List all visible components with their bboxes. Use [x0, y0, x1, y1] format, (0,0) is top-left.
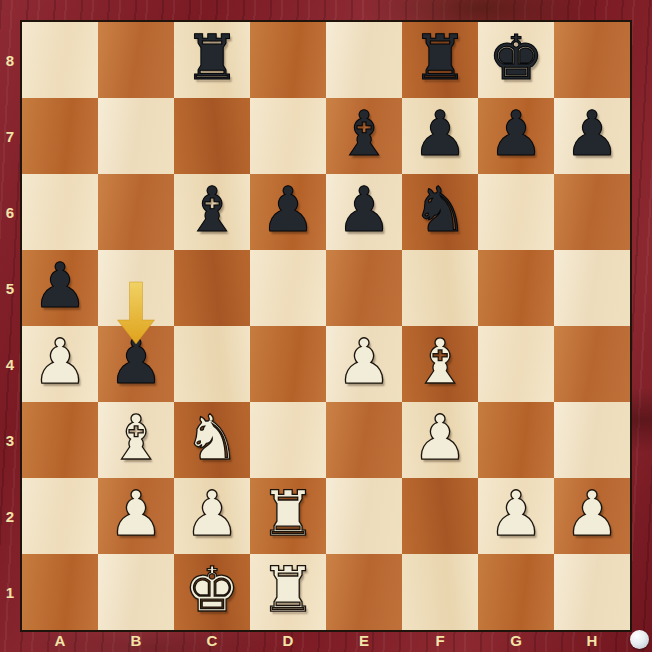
file-label-c: C [174, 630, 250, 651]
square-c4[interactable] [174, 326, 250, 402]
rank-label-8: 8 [0, 22, 20, 98]
square-d4[interactable] [250, 326, 326, 402]
square-c3[interactable]: ♞ [174, 402, 250, 478]
square-h1[interactable] [554, 554, 630, 630]
piece-white-rook-d2[interactable]: ♜ [260, 483, 316, 545]
file-label-f: F [402, 630, 478, 651]
square-g2[interactable]: ♟ [478, 478, 554, 554]
square-a3[interactable] [22, 402, 98, 478]
square-d7[interactable] [250, 98, 326, 174]
rank-label-2: 2 [0, 478, 20, 554]
piece-white-pawn-b2[interactable]: ♟ [108, 483, 164, 545]
square-f1[interactable] [402, 554, 478, 630]
file-label-d: D [250, 630, 326, 651]
square-e1[interactable] [326, 554, 402, 630]
rank-label-1: 1 [0, 554, 20, 630]
piece-black-pawn-f7[interactable]: ♟ [412, 103, 468, 165]
piece-black-king-g8[interactable]: ♚ [488, 27, 544, 89]
file-labels: ABCDEFGH [22, 630, 630, 651]
square-e8[interactable] [326, 22, 402, 98]
square-f4[interactable]: ♝ [402, 326, 478, 402]
rank-label-3: 3 [0, 402, 20, 478]
square-c5[interactable] [174, 250, 250, 326]
square-g3[interactable] [478, 402, 554, 478]
square-h3[interactable] [554, 402, 630, 478]
square-d1[interactable]: ♜ [250, 554, 326, 630]
corner-button[interactable] [630, 630, 649, 649]
rank-label-5: 5 [0, 250, 20, 326]
file-label-g: G [478, 630, 554, 651]
piece-white-pawn-a4[interactable]: ♟ [32, 331, 88, 393]
rank-label-7: 7 [0, 98, 20, 174]
piece-black-knight-f6[interactable]: ♞ [412, 179, 468, 241]
file-label-e: E [326, 630, 402, 651]
square-c1[interactable]: ♚ [174, 554, 250, 630]
square-a7[interactable] [22, 98, 98, 174]
square-e6[interactable]: ♟ [326, 174, 402, 250]
square-g8[interactable]: ♚ [478, 22, 554, 98]
square-c8[interactable]: ♜ [174, 22, 250, 98]
piece-white-knight-c3[interactable]: ♞ [184, 407, 240, 469]
square-c6[interactable]: ♝ [174, 174, 250, 250]
square-d3[interactable] [250, 402, 326, 478]
square-b8[interactable] [98, 22, 174, 98]
rank-label-4: 4 [0, 326, 20, 402]
square-h7[interactable]: ♟ [554, 98, 630, 174]
square-g7[interactable]: ♟ [478, 98, 554, 174]
square-e5[interactable] [326, 250, 402, 326]
square-h2[interactable]: ♟ [554, 478, 630, 554]
piece-white-rook-d1[interactable]: ♜ [260, 559, 316, 621]
square-g1[interactable] [478, 554, 554, 630]
square-b3[interactable]: ♝ [98, 402, 174, 478]
piece-black-pawn-h7[interactable]: ♟ [564, 103, 620, 165]
piece-white-pawn-g2[interactable]: ♟ [488, 483, 544, 545]
square-d2[interactable]: ♜ [250, 478, 326, 554]
square-d6[interactable]: ♟ [250, 174, 326, 250]
piece-white-bishop-b3[interactable]: ♝ [108, 407, 164, 469]
square-e3[interactable] [326, 402, 402, 478]
square-g4[interactable] [478, 326, 554, 402]
square-g5[interactable] [478, 250, 554, 326]
piece-white-pawn-c2[interactable]: ♟ [184, 483, 240, 545]
piece-white-bishop-f4[interactable]: ♝ [412, 331, 468, 393]
piece-black-pawn-d6[interactable]: ♟ [260, 179, 316, 241]
square-d8[interactable] [250, 22, 326, 98]
square-b5[interactable] [98, 250, 174, 326]
chess-board-frame: 87654321 ABCDEFGH ♜♜♚♝♟♟♟♝♟♟♞♟♟♟♟♝♝♞♟♟♟♜… [0, 0, 652, 652]
piece-black-pawn-e6[interactable]: ♟ [336, 179, 392, 241]
square-a8[interactable] [22, 22, 98, 98]
square-b1[interactable] [98, 554, 174, 630]
piece-black-pawn-g7[interactable]: ♟ [488, 103, 544, 165]
square-e4[interactable]: ♟ [326, 326, 402, 402]
chess-board: ♜♜♚♝♟♟♟♝♟♟♞♟♟♟♟♝♝♞♟♟♟♜♟♟♚♜ [20, 20, 632, 632]
piece-black-pawn-a5[interactable]: ♟ [32, 255, 88, 317]
square-b6[interactable] [98, 174, 174, 250]
square-f7[interactable]: ♟ [402, 98, 478, 174]
file-label-h: H [554, 630, 630, 651]
square-a5[interactable]: ♟ [22, 250, 98, 326]
square-h4[interactable] [554, 326, 630, 402]
square-e2[interactable] [326, 478, 402, 554]
square-b2[interactable]: ♟ [98, 478, 174, 554]
square-h6[interactable] [554, 174, 630, 250]
square-a6[interactable] [22, 174, 98, 250]
piece-white-king-c1[interactable]: ♚ [184, 559, 240, 621]
file-label-b: B [98, 630, 174, 651]
file-label-a: A [22, 630, 98, 651]
rank-labels: 87654321 [0, 22, 20, 630]
square-a1[interactable] [22, 554, 98, 630]
square-f3[interactable]: ♟ [402, 402, 478, 478]
piece-white-pawn-f3[interactable]: ♟ [412, 407, 468, 469]
square-c2[interactable]: ♟ [174, 478, 250, 554]
piece-white-pawn-e4[interactable]: ♟ [336, 331, 392, 393]
square-a2[interactable] [22, 478, 98, 554]
square-e7[interactable]: ♝ [326, 98, 402, 174]
piece-white-pawn-h2[interactable]: ♟ [564, 483, 620, 545]
piece-black-bishop-e7[interactable]: ♝ [336, 103, 392, 165]
piece-black-rook-f8[interactable]: ♜ [412, 27, 468, 89]
piece-black-bishop-c6[interactable]: ♝ [184, 179, 240, 241]
square-a4[interactable]: ♟ [22, 326, 98, 402]
square-f6[interactable]: ♞ [402, 174, 478, 250]
square-c7[interactable] [174, 98, 250, 174]
square-g6[interactable] [478, 174, 554, 250]
square-b4[interactable]: ♟ [98, 326, 174, 402]
square-f2[interactable] [402, 478, 478, 554]
square-h5[interactable] [554, 250, 630, 326]
square-f8[interactable]: ♜ [402, 22, 478, 98]
piece-black-rook-c8[interactable]: ♜ [184, 27, 240, 89]
piece-black-pawn-b4[interactable]: ♟ [108, 331, 164, 393]
square-f5[interactable] [402, 250, 478, 326]
square-d5[interactable] [250, 250, 326, 326]
square-h8[interactable] [554, 22, 630, 98]
square-b7[interactable] [98, 98, 174, 174]
rank-label-6: 6 [0, 174, 20, 250]
